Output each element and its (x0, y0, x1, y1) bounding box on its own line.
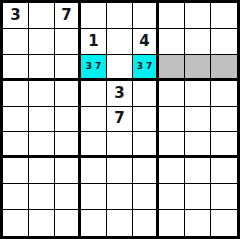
cell-r8c6[interactable] (133, 184, 159, 210)
cell-r4c5[interactable]: 3 (107, 81, 133, 107)
cell-r6c5[interactable] (107, 132, 133, 158)
cell-r2c4[interactable]: 1 (81, 29, 107, 55)
given-digit: 3 (10, 8, 20, 23)
cell-r9c1[interactable] (3, 210, 29, 236)
cell-r1c8[interactable] (185, 3, 211, 29)
cell-r3c4[interactable]: 3 7 (81, 55, 107, 81)
cell-r5c5[interactable]: 7 (107, 107, 133, 133)
cell-r5c7[interactable] (159, 107, 185, 133)
cell-r8c4[interactable] (81, 184, 107, 210)
cell-r8c1[interactable] (3, 184, 29, 210)
cell-r8c8[interactable] (185, 184, 211, 210)
cell-r3c5[interactable] (107, 55, 133, 81)
cell-r9c6[interactable] (133, 210, 159, 236)
cell-r9c7[interactable] (159, 210, 185, 236)
cell-r9c2[interactable] (29, 210, 55, 236)
cell-r8c2[interactable] (29, 184, 55, 210)
cell-r9c4[interactable] (81, 210, 107, 236)
cell-r6c6[interactable] (133, 132, 159, 158)
cell-r2c2[interactable] (29, 29, 55, 55)
cell-r1c2[interactable] (29, 3, 55, 29)
cell-r7c5[interactable] (107, 158, 133, 184)
cell-r1c1[interactable]: 3 (3, 3, 29, 29)
cell-r6c1[interactable] (3, 132, 29, 158)
cell-r4c6[interactable] (133, 81, 159, 107)
cell-r1c6[interactable] (133, 3, 159, 29)
cell-r5c8[interactable] (185, 107, 211, 133)
cell-r9c3[interactable] (55, 210, 81, 236)
cell-r1c9[interactable] (211, 3, 237, 29)
cell-r9c9[interactable] (211, 210, 237, 236)
cell-r2c3[interactable] (55, 29, 81, 55)
cell-r2c5[interactable] (107, 29, 133, 55)
cell-r7c4[interactable] (81, 158, 107, 184)
cell-r4c3[interactable] (55, 81, 81, 107)
cell-r1c7[interactable] (159, 3, 185, 29)
cell-r2c1[interactable] (3, 29, 29, 55)
cell-r8c5[interactable] (107, 184, 133, 210)
cell-r7c1[interactable] (3, 158, 29, 184)
cell-r3c7[interactable] (159, 55, 185, 81)
cell-r7c3[interactable] (55, 158, 81, 184)
cell-r5c2[interactable] (29, 107, 55, 133)
cell-r8c9[interactable] (211, 184, 237, 210)
given-digit: 7 (61, 8, 71, 23)
cell-r6c3[interactable] (55, 132, 81, 158)
cell-r4c8[interactable] (185, 81, 211, 107)
cell-r5c9[interactable] (211, 107, 237, 133)
cell-r8c7[interactable] (159, 184, 185, 210)
cell-r8c3[interactable] (55, 184, 81, 210)
cell-r6c9[interactable] (211, 132, 237, 158)
cell-r4c4[interactable] (81, 81, 107, 107)
cell-r6c4[interactable] (81, 132, 107, 158)
cell-r6c7[interactable] (159, 132, 185, 158)
cell-r3c3[interactable] (55, 55, 81, 81)
given-digit: 1 (88, 34, 98, 49)
cell-r3c8[interactable] (185, 55, 211, 81)
cell-r9c8[interactable] (185, 210, 211, 236)
given-digit: 4 (139, 34, 149, 49)
cell-r7c8[interactable] (185, 158, 211, 184)
cell-r7c9[interactable] (211, 158, 237, 184)
cell-r5c3[interactable] (55, 107, 81, 133)
cell-r2c9[interactable] (211, 29, 237, 55)
cell-r4c9[interactable] (211, 81, 237, 107)
cell-r5c1[interactable] (3, 107, 29, 133)
cell-r2c7[interactable] (159, 29, 185, 55)
cell-r4c2[interactable] (29, 81, 55, 107)
given-digit: 7 (114, 111, 124, 126)
cell-r5c6[interactable] (133, 107, 159, 133)
candidate-digits: 3 7 (86, 62, 102, 71)
cell-r4c7[interactable] (159, 81, 185, 107)
given-digit: 3 (114, 86, 124, 101)
cell-r7c2[interactable] (29, 158, 55, 184)
cell-r4c1[interactable] (3, 81, 29, 107)
candidate-digits: 3 7 (137, 62, 153, 71)
cell-r1c4[interactable] (81, 3, 107, 29)
cell-r3c9[interactable] (211, 55, 237, 81)
cell-r6c2[interactable] (29, 132, 55, 158)
cell-r3c1[interactable] (3, 55, 29, 81)
cell-r1c3[interactable]: 7 (55, 3, 81, 29)
cell-r3c6[interactable]: 3 7 (133, 55, 159, 81)
sudoku-board: 37143 73 737 (0, 0, 240, 239)
cell-r2c8[interactable] (185, 29, 211, 55)
cell-r2c6[interactable]: 4 (133, 29, 159, 55)
cell-r1c5[interactable] (107, 3, 133, 29)
cell-r5c4[interactable] (81, 107, 107, 133)
cell-r9c5[interactable] (107, 210, 133, 236)
cell-r6c8[interactable] (185, 132, 211, 158)
cell-r3c2[interactable] (29, 55, 55, 81)
cell-r7c7[interactable] (159, 158, 185, 184)
cell-r7c6[interactable] (133, 158, 159, 184)
